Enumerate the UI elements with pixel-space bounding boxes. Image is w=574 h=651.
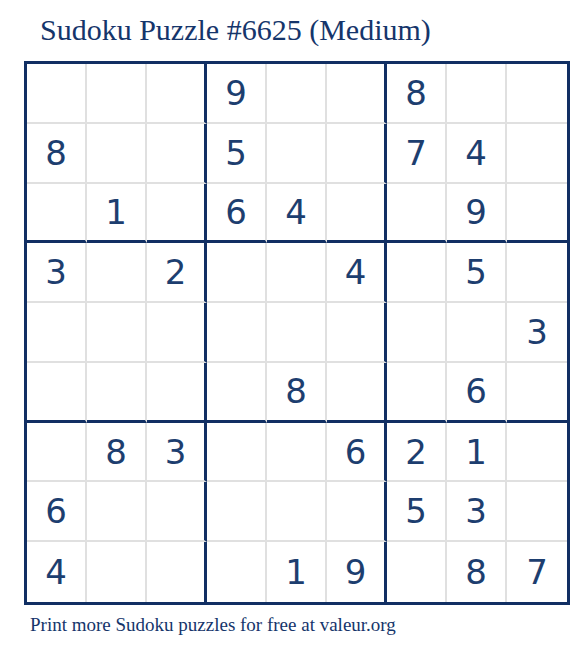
cell-r7c3: 3 <box>147 423 207 483</box>
cell-r5c3 <box>147 303 207 363</box>
cell-r4c8: 5 <box>447 243 507 303</box>
cell-r5c6 <box>327 303 387 363</box>
cell-r8c9 <box>507 482 567 542</box>
cell-r1c4: 9 <box>207 64 267 124</box>
cell-r1c7: 8 <box>387 64 447 124</box>
cell-r8c4 <box>207 482 267 542</box>
cell-r3c3 <box>147 184 207 244</box>
cell-r9c5: 1 <box>267 542 327 602</box>
cell-r3c8: 9 <box>447 184 507 244</box>
cell-r9c7 <box>387 542 447 602</box>
cell-r2c3 <box>147 124 207 184</box>
cell-r7c2: 8 <box>87 423 147 483</box>
cell-r2c9 <box>507 124 567 184</box>
sudoku-grid: 988574164932453868362165341987 <box>24 61 570 605</box>
cell-r6c7 <box>387 363 447 423</box>
cell-r3c9 <box>507 184 567 244</box>
cell-r2c4: 5 <box>207 124 267 184</box>
cell-r8c8: 3 <box>447 482 507 542</box>
cell-r9c6: 9 <box>327 542 387 602</box>
cell-r1c8 <box>447 64 507 124</box>
cell-r4c2 <box>87 243 147 303</box>
cell-r2c6 <box>327 124 387 184</box>
cell-r8c5 <box>267 482 327 542</box>
cell-r4c3: 2 <box>147 243 207 303</box>
cell-r3c5: 4 <box>267 184 327 244</box>
cell-r8c7: 5 <box>387 482 447 542</box>
cell-r6c3 <box>147 363 207 423</box>
cell-r8c2 <box>87 482 147 542</box>
cell-r9c1: 4 <box>27 542 87 602</box>
cell-r7c4 <box>207 423 267 483</box>
cell-r6c2 <box>87 363 147 423</box>
cell-r4c5 <box>267 243 327 303</box>
cell-r9c2 <box>87 542 147 602</box>
cell-r1c6 <box>327 64 387 124</box>
cell-r6c4 <box>207 363 267 423</box>
cell-r9c3 <box>147 542 207 602</box>
cell-r2c8: 4 <box>447 124 507 184</box>
cell-r7c5 <box>267 423 327 483</box>
cell-r5c1 <box>27 303 87 363</box>
cell-r3c2: 1 <box>87 184 147 244</box>
footer-note: Print more Sudoku puzzles for free at va… <box>30 614 396 636</box>
cell-r2c7: 7 <box>387 124 447 184</box>
cell-r5c7 <box>387 303 447 363</box>
cell-r3c7 <box>387 184 447 244</box>
cell-r1c3 <box>147 64 207 124</box>
cell-r5c5 <box>267 303 327 363</box>
cell-r8c6 <box>327 482 387 542</box>
cell-r9c9: 7 <box>507 542 567 602</box>
cell-r4c1: 3 <box>27 243 87 303</box>
cell-r7c8: 1 <box>447 423 507 483</box>
cell-r3c4: 6 <box>207 184 267 244</box>
cell-r1c5 <box>267 64 327 124</box>
cell-r2c1: 8 <box>27 124 87 184</box>
cell-r6c6 <box>327 363 387 423</box>
cell-r1c9 <box>507 64 567 124</box>
cell-r6c1 <box>27 363 87 423</box>
cell-r6c9 <box>507 363 567 423</box>
sudoku-page: Sudoku Puzzle #6625 (Medium) 98857416493… <box>0 0 574 651</box>
cell-r7c6: 6 <box>327 423 387 483</box>
cell-r6c8: 6 <box>447 363 507 423</box>
cell-r7c1 <box>27 423 87 483</box>
cell-r4c6: 4 <box>327 243 387 303</box>
cell-r7c7: 2 <box>387 423 447 483</box>
cell-r4c4 <box>207 243 267 303</box>
cell-r5c2 <box>87 303 147 363</box>
cell-r1c1 <box>27 64 87 124</box>
cell-r6c5: 8 <box>267 363 327 423</box>
cell-r8c3 <box>147 482 207 542</box>
cell-r4c9 <box>507 243 567 303</box>
cell-r3c6 <box>327 184 387 244</box>
cell-r5c4 <box>207 303 267 363</box>
cell-r1c2 <box>87 64 147 124</box>
cell-r2c2 <box>87 124 147 184</box>
page-title: Sudoku Puzzle #6625 (Medium) <box>40 13 431 47</box>
cell-r3c1 <box>27 184 87 244</box>
cell-r9c8: 8 <box>447 542 507 602</box>
cell-r2c5 <box>267 124 327 184</box>
cell-r5c9: 3 <box>507 303 567 363</box>
cell-r9c4 <box>207 542 267 602</box>
cell-r7c9 <box>507 423 567 483</box>
cell-r4c7 <box>387 243 447 303</box>
cell-r5c8 <box>447 303 507 363</box>
cell-r8c1: 6 <box>27 482 87 542</box>
